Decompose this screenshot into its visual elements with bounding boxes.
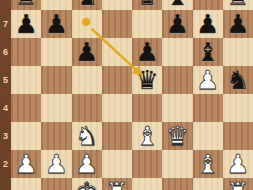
square-b7[interactable]: ♟ <box>41 10 71 38</box>
piece-black-p-c6[interactable]: ♟ <box>72 38 102 66</box>
piece-black-p-b7[interactable]: ♟ <box>41 10 71 38</box>
square-h3[interactable] <box>223 122 253 150</box>
square-c6[interactable]: ♟ <box>72 38 102 66</box>
piece-white-b-g2[interactable]: ♝ <box>193 150 223 178</box>
rank-label-6: 6 <box>0 47 11 58</box>
piece-white-p-h2[interactable]: ♟ <box>223 150 253 178</box>
square-h6[interactable] <box>223 38 253 66</box>
piece-white-p-a2[interactable]: ♟ <box>11 150 41 178</box>
piece-black-q-e5[interactable]: ♛ <box>132 66 162 94</box>
square-a3[interactable] <box>11 122 41 150</box>
square-h5[interactable]: ♞ <box>223 66 253 94</box>
square-f7[interactable]: ♟ <box>162 10 192 38</box>
square-h4[interactable] <box>223 94 253 122</box>
piece-white-p-g5[interactable]: ♟ <box>193 66 223 94</box>
piece-black-p-e6[interactable]: ♟ <box>132 38 162 66</box>
piece-white-b-e3[interactable]: ♝ <box>132 122 162 150</box>
square-a4[interactable] <box>11 94 41 122</box>
square-f6[interactable] <box>162 38 192 66</box>
rank-label-4: 4 <box>0 103 11 114</box>
piece-white-k-c1[interactable]: ♚ <box>72 178 102 190</box>
square-c3[interactable]: ♞ <box>72 122 102 150</box>
square-f4[interactable] <box>162 94 192 122</box>
piece-black-b-g6[interactable]: ♝ <box>193 38 223 66</box>
square-e6[interactable]: ♟ <box>132 38 162 66</box>
square-d1[interactable]: ♜ <box>102 178 132 190</box>
piece-white-r-h1[interactable]: ♜ <box>223 178 253 190</box>
square-b2[interactable]: ♟ <box>41 150 71 178</box>
square-f2[interactable] <box>162 150 192 178</box>
square-d6[interactable] <box>102 38 132 66</box>
square-e4[interactable] <box>132 94 162 122</box>
square-h2[interactable]: ♟ <box>223 150 253 178</box>
square-c8[interactable]: ♞ <box>72 0 102 10</box>
square-h7[interactable]: ♟ <box>223 10 253 38</box>
piece-white-n-c3[interactable]: ♞ <box>72 122 102 150</box>
square-g7[interactable]: ♟ <box>193 10 223 38</box>
rank-label-3: 3 <box>0 131 11 142</box>
piece-white-p-b2[interactable]: ♟ <box>41 150 71 178</box>
square-a7[interactable]: ♟ <box>11 10 41 38</box>
piece-black-p-h7[interactable]: ♟ <box>223 10 253 38</box>
square-d2[interactable] <box>102 150 132 178</box>
square-b5[interactable] <box>41 66 71 94</box>
rank-label-5: 5 <box>0 75 11 86</box>
square-g2[interactable]: ♝ <box>193 150 223 178</box>
piece-black-p-f7[interactable]: ♟ <box>162 10 192 38</box>
square-a5[interactable] <box>11 66 41 94</box>
square-b1[interactable] <box>41 178 71 190</box>
piece-white-r-d1[interactable]: ♜ <box>102 178 132 190</box>
square-g6[interactable]: ♝ <box>193 38 223 66</box>
square-a2[interactable]: ♟ <box>11 150 41 178</box>
square-d5[interactable] <box>102 66 132 94</box>
square-f1[interactable] <box>162 178 192 190</box>
square-h1[interactable]: ♜ <box>223 178 253 190</box>
square-c2[interactable]: ♟ <box>72 150 102 178</box>
square-f5[interactable] <box>162 66 192 94</box>
square-f3[interactable]: ♛ <box>162 122 192 150</box>
square-c4[interactable] <box>72 94 102 122</box>
rank-coordinate-strip: 765432 <box>0 0 11 190</box>
square-g1[interactable] <box>193 178 223 190</box>
rank-label-7: 7 <box>0 19 11 30</box>
square-e1[interactable] <box>132 178 162 190</box>
piece-white-p-c2[interactable]: ♟ <box>72 150 102 178</box>
square-c5[interactable] <box>72 66 102 94</box>
chess-board[interactable]: ♜♞♚♝♜♟♟♟♟♟♟♟♝♛♟♞♞♝♛♟♟♟♝♟♚♜♜ <box>11 0 253 190</box>
piece-black-n-h5[interactable]: ♞ <box>223 66 253 94</box>
square-e5[interactable]: ♛ <box>132 66 162 94</box>
square-d3[interactable] <box>102 122 132 150</box>
square-g3[interactable] <box>193 122 223 150</box>
piece-black-p-a7[interactable]: ♟ <box>11 10 41 38</box>
square-e8[interactable]: ♚ <box>132 0 162 10</box>
square-g4[interactable] <box>193 94 223 122</box>
chess-board-screenshot: 765432 ♜♞♚♝♜♟♟♟♟♟♟♟♝♛♟♞♞♝♛♟♟♟♝♟♚♜♜ <box>0 0 253 190</box>
square-a6[interactable] <box>11 38 41 66</box>
square-b6[interactable] <box>41 38 71 66</box>
square-g5[interactable]: ♟ <box>193 66 223 94</box>
square-d4[interactable] <box>102 94 132 122</box>
square-e2[interactable] <box>132 150 162 178</box>
square-e3[interactable]: ♝ <box>132 122 162 150</box>
rank-label-2: 2 <box>0 159 11 170</box>
square-b4[interactable] <box>41 94 71 122</box>
square-e7[interactable] <box>132 10 162 38</box>
piece-black-p-g7[interactable]: ♟ <box>193 10 223 38</box>
square-b3[interactable] <box>41 122 71 150</box>
square-c1[interactable]: ♚ <box>72 178 102 190</box>
piece-white-q-f3[interactable]: ♛ <box>162 122 192 150</box>
piece-black-k-e8[interactable]: ♚ <box>132 0 162 10</box>
square-c7[interactable] <box>72 10 102 38</box>
piece-black-n-c8[interactable]: ♞ <box>72 0 102 10</box>
square-d7[interactable] <box>102 10 132 38</box>
square-d8[interactable] <box>102 0 132 10</box>
square-a1[interactable] <box>11 178 41 190</box>
